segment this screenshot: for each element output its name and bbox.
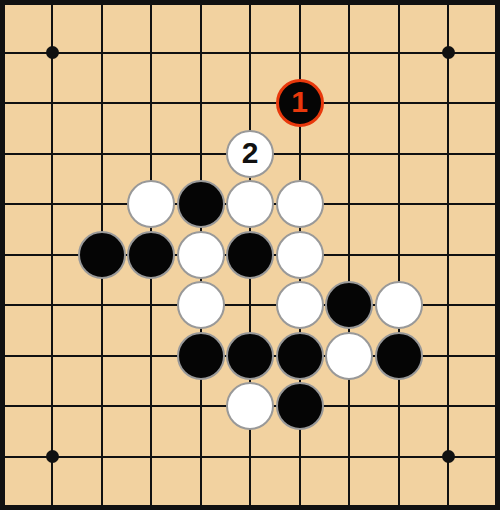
- stone-black[interactable]: [276, 382, 324, 430]
- grid-line-horizontal: [0, 456, 500, 458]
- grid-line-horizontal: [0, 304, 500, 306]
- stone-white[interactable]: [325, 332, 373, 380]
- stone-black[interactable]: 1: [276, 79, 324, 127]
- stone-white[interactable]: [226, 382, 274, 430]
- star-point: [442, 46, 455, 59]
- star-point: [442, 450, 455, 463]
- stone-black[interactable]: [177, 332, 225, 380]
- stone-black[interactable]: [177, 180, 225, 228]
- grid-line-horizontal: [0, 52, 500, 54]
- stone-white[interactable]: [127, 180, 175, 228]
- stone-white[interactable]: [177, 281, 225, 329]
- grid-line-horizontal: [0, 505, 500, 510]
- stone-black[interactable]: [226, 332, 274, 380]
- stone-black[interactable]: [325, 281, 373, 329]
- stone-white[interactable]: [276, 281, 324, 329]
- move-number-label: 1: [291, 87, 308, 117]
- stone-black[interactable]: [127, 231, 175, 279]
- stone-black[interactable]: [226, 231, 274, 279]
- stone-black[interactable]: [78, 231, 126, 279]
- stone-white[interactable]: [375, 281, 423, 329]
- star-point: [46, 46, 59, 59]
- stone-black[interactable]: [375, 332, 423, 380]
- stone-white[interactable]: [177, 231, 225, 279]
- move-number-label: 2: [242, 138, 259, 168]
- stone-white[interactable]: [226, 180, 274, 228]
- grid-line-horizontal: [0, 0, 500, 5]
- stone-white[interactable]: [276, 231, 324, 279]
- stone-white[interactable]: [276, 180, 324, 228]
- grid-line-horizontal: [0, 102, 500, 104]
- stone-black[interactable]: [276, 332, 324, 380]
- star-point: [46, 450, 59, 463]
- go-board[interactable]: 12: [0, 0, 500, 510]
- stone-white[interactable]: 2: [226, 130, 274, 178]
